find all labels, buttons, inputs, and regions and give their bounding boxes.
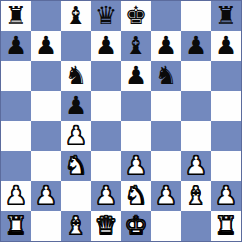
piece-white-pawn[interactable]: ♟ (35, 181, 57, 211)
square-b5[interactable] (31, 91, 61, 121)
square-b1[interactable] (31, 211, 61, 241)
piece-white-knight[interactable]: ♞ (125, 181, 147, 211)
piece-black-pawn[interactable]: ♟ (95, 31, 117, 61)
piece-white-bishop[interactable]: ♝ (65, 211, 87, 241)
square-a6[interactable] (1, 61, 31, 91)
chess-board: ♜♝♛♚♜♟♟♟♝♟♟♟♞♟♞♟♟♞♟♟♟♟♟♞♟♝♟♜♝♛♚♜ (0, 0, 242, 242)
square-b2[interactable]: ♟ (31, 181, 61, 211)
piece-black-pawn[interactable]: ♟ (125, 61, 147, 91)
piece-black-pawn[interactable]: ♟ (5, 31, 27, 61)
square-h4[interactable] (211, 121, 241, 151)
square-c8[interactable]: ♝ (61, 1, 91, 31)
square-h6[interactable] (211, 61, 241, 91)
piece-black-bishop[interactable]: ♝ (125, 31, 147, 61)
square-h2[interactable]: ♟ (211, 181, 241, 211)
square-c7[interactable] (61, 31, 91, 61)
square-a2[interactable]: ♟ (1, 181, 31, 211)
piece-black-king[interactable]: ♚ (125, 1, 147, 31)
piece-black-pawn[interactable]: ♟ (155, 31, 177, 61)
square-h1[interactable]: ♜ (211, 211, 241, 241)
piece-white-knight[interactable]: ♞ (65, 151, 87, 181)
square-a7[interactable]: ♟ (1, 31, 31, 61)
piece-black-queen[interactable]: ♛ (95, 1, 117, 31)
square-h7[interactable]: ♟ (211, 31, 241, 61)
piece-white-pawn[interactable]: ♟ (155, 181, 177, 211)
square-a3[interactable] (1, 151, 31, 181)
square-c4[interactable]: ♟ (61, 121, 91, 151)
square-c2[interactable] (61, 181, 91, 211)
square-c6[interactable]: ♞ (61, 61, 91, 91)
board-grid: ♜♝♛♚♜♟♟♟♝♟♟♟♞♟♞♟♟♞♟♟♟♟♟♞♟♝♟♜♝♛♚♜ (1, 1, 241, 241)
square-b6[interactable] (31, 61, 61, 91)
square-e7[interactable]: ♝ (121, 31, 151, 61)
piece-white-pawn[interactable]: ♟ (95, 181, 117, 211)
square-f4[interactable] (151, 121, 181, 151)
square-d6[interactable] (91, 61, 121, 91)
piece-black-pawn[interactable]: ♟ (215, 31, 237, 61)
square-d5[interactable] (91, 91, 121, 121)
square-c5[interactable]: ♟ (61, 91, 91, 121)
piece-black-pawn[interactable]: ♟ (185, 31, 207, 61)
piece-white-king[interactable]: ♚ (125, 211, 147, 241)
square-b3[interactable] (31, 151, 61, 181)
square-a5[interactable] (1, 91, 31, 121)
square-g2[interactable]: ♝ (181, 181, 211, 211)
square-c1[interactable]: ♝ (61, 211, 91, 241)
square-c3[interactable]: ♞ (61, 151, 91, 181)
piece-white-queen[interactable]: ♛ (95, 211, 117, 241)
square-g7[interactable]: ♟ (181, 31, 211, 61)
square-b8[interactable] (31, 1, 61, 31)
square-e6[interactable]: ♟ (121, 61, 151, 91)
square-e8[interactable]: ♚ (121, 1, 151, 31)
square-h8[interactable]: ♜ (211, 1, 241, 31)
piece-white-rook[interactable]: ♜ (5, 211, 27, 241)
square-f6[interactable]: ♞ (151, 61, 181, 91)
piece-black-rook[interactable]: ♜ (215, 1, 237, 31)
square-g5[interactable] (181, 91, 211, 121)
square-b7[interactable]: ♟ (31, 31, 61, 61)
piece-black-rook[interactable]: ♜ (5, 1, 27, 31)
piece-white-bishop[interactable]: ♝ (185, 181, 207, 211)
piece-white-pawn[interactable]: ♟ (125, 151, 147, 181)
piece-white-rook[interactable]: ♜ (215, 211, 237, 241)
piece-white-pawn[interactable]: ♟ (5, 181, 27, 211)
piece-white-pawn[interactable]: ♟ (215, 181, 237, 211)
square-f2[interactable]: ♟ (151, 181, 181, 211)
square-e3[interactable]: ♟ (121, 151, 151, 181)
square-d2[interactable]: ♟ (91, 181, 121, 211)
square-h3[interactable] (211, 151, 241, 181)
piece-black-pawn[interactable]: ♟ (35, 31, 57, 61)
square-e2[interactable]: ♞ (121, 181, 151, 211)
square-d8[interactable]: ♛ (91, 1, 121, 31)
piece-white-pawn[interactable]: ♟ (185, 151, 207, 181)
square-d3[interactable] (91, 151, 121, 181)
piece-black-bishop[interactable]: ♝ (65, 1, 87, 31)
square-a8[interactable]: ♜ (1, 1, 31, 31)
piece-black-knight[interactable]: ♞ (65, 61, 87, 91)
square-f7[interactable]: ♟ (151, 31, 181, 61)
square-e1[interactable]: ♚ (121, 211, 151, 241)
square-d1[interactable]: ♛ (91, 211, 121, 241)
square-g3[interactable]: ♟ (181, 151, 211, 181)
square-d7[interactable]: ♟ (91, 31, 121, 61)
square-f1[interactable] (151, 211, 181, 241)
square-d4[interactable] (91, 121, 121, 151)
square-g8[interactable] (181, 1, 211, 31)
piece-black-knight[interactable]: ♞ (155, 61, 177, 91)
piece-white-pawn[interactable]: ♟ (65, 121, 87, 151)
square-g1[interactable] (181, 211, 211, 241)
square-a4[interactable] (1, 121, 31, 151)
square-g4[interactable] (181, 121, 211, 151)
piece-black-pawn[interactable]: ♟ (65, 91, 87, 121)
square-f8[interactable] (151, 1, 181, 31)
square-b4[interactable] (31, 121, 61, 151)
square-h5[interactable] (211, 91, 241, 121)
square-a1[interactable]: ♜ (1, 211, 31, 241)
square-f3[interactable] (151, 151, 181, 181)
square-e5[interactable] (121, 91, 151, 121)
square-f5[interactable] (151, 91, 181, 121)
square-g6[interactable] (181, 61, 211, 91)
square-e4[interactable] (121, 121, 151, 151)
